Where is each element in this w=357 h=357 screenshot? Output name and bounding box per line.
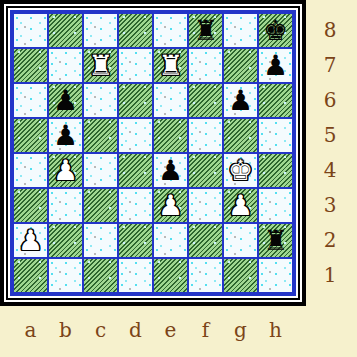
square-f6[interactable] [189, 84, 222, 117]
square-d7[interactable] [119, 49, 152, 82]
file-label-c: c [84, 318, 117, 342]
square-b1[interactable] [49, 259, 82, 292]
square-d1[interactable] [119, 259, 152, 292]
white-pawn-b4[interactable]: ♟ [53, 154, 78, 187]
square-h2[interactable]: ♜ [259, 224, 292, 257]
square-a2[interactable]: ♟ [14, 224, 47, 257]
black-rook-h2[interactable]: ♜ [263, 224, 288, 257]
square-a5[interactable] [14, 119, 47, 152]
frame-white-line-inner: ♜♚♜♜♟♟♟♟♟♟♚♟♟♟♜ [8, 8, 298, 298]
square-d6[interactable] [119, 84, 152, 117]
rank-label-6: 6 [312, 84, 348, 117]
file-labels: abcdefgh [14, 318, 292, 342]
square-e7[interactable]: ♜ [154, 49, 187, 82]
square-f8[interactable]: ♜ [189, 14, 222, 47]
square-a4[interactable] [14, 154, 47, 187]
square-a8[interactable] [14, 14, 47, 47]
square-h7[interactable]: ♟ [259, 49, 292, 82]
square-g2[interactable] [224, 224, 257, 257]
rank-label-2: 2 [312, 224, 348, 257]
square-b2[interactable] [49, 224, 82, 257]
square-e4[interactable]: ♟ [154, 154, 187, 187]
file-label-h: h [259, 318, 292, 342]
black-pawn-e4[interactable]: ♟ [158, 154, 183, 187]
square-g1[interactable] [224, 259, 257, 292]
square-h5[interactable] [259, 119, 292, 152]
square-f5[interactable] [189, 119, 222, 152]
square-h1[interactable] [259, 259, 292, 292]
rank-label-5: 5 [312, 119, 348, 152]
square-g7[interactable] [224, 49, 257, 82]
square-g3[interactable]: ♟ [224, 189, 257, 222]
square-e5[interactable] [154, 119, 187, 152]
file-label-d: d [119, 318, 152, 342]
square-a3[interactable] [14, 189, 47, 222]
square-f1[interactable] [189, 259, 222, 292]
square-h8[interactable]: ♚ [259, 14, 292, 47]
chess-board: ♜♚♜♜♟♟♟♟♟♟♚♟♟♟♜ [10, 10, 296, 296]
black-pawn-b5[interactable]: ♟ [53, 119, 78, 152]
square-c4[interactable] [84, 154, 117, 187]
square-e1[interactable] [154, 259, 187, 292]
rank-labels: 87654321 [312, 14, 348, 292]
square-b4[interactable]: ♟ [49, 154, 82, 187]
square-d3[interactable] [119, 189, 152, 222]
rank-label-3: 3 [312, 189, 348, 222]
frame-black-line-inner: ♜♚♜♜♟♟♟♟♟♟♚♟♟♟♜ [6, 6, 300, 300]
frame-white-line-outer: ♜♚♜♜♟♟♟♟♟♟♚♟♟♟♜ [4, 4, 302, 302]
black-king-h8[interactable]: ♚ [263, 14, 288, 47]
rank-label-4: 4 [312, 154, 348, 187]
file-label-b: b [49, 318, 82, 342]
white-king-g4[interactable]: ♚ [228, 154, 253, 187]
square-f4[interactable] [189, 154, 222, 187]
square-a7[interactable] [14, 49, 47, 82]
square-h3[interactable] [259, 189, 292, 222]
square-d4[interactable] [119, 154, 152, 187]
square-e8[interactable] [154, 14, 187, 47]
square-g6[interactable]: ♟ [224, 84, 257, 117]
square-c2[interactable] [84, 224, 117, 257]
square-d8[interactable] [119, 14, 152, 47]
square-h4[interactable] [259, 154, 292, 187]
file-label-a: a [14, 318, 47, 342]
square-g5[interactable] [224, 119, 257, 152]
square-c7[interactable]: ♜ [84, 49, 117, 82]
square-f3[interactable] [189, 189, 222, 222]
square-c5[interactable] [84, 119, 117, 152]
square-b3[interactable] [49, 189, 82, 222]
square-c1[interactable] [84, 259, 117, 292]
black-rook-f8[interactable]: ♜ [193, 14, 218, 47]
white-pawn-g3[interactable]: ♟ [228, 189, 253, 222]
black-pawn-g6[interactable]: ♟ [228, 84, 253, 117]
square-c6[interactable] [84, 84, 117, 117]
rank-label-1: 1 [312, 259, 348, 292]
rank-label-7: 7 [312, 49, 348, 82]
square-c3[interactable] [84, 189, 117, 222]
square-b6[interactable]: ♟ [49, 84, 82, 117]
file-label-e: e [154, 318, 187, 342]
square-h6[interactable] [259, 84, 292, 117]
white-pawn-e3[interactable]: ♟ [158, 189, 183, 222]
rank-label-8: 8 [312, 14, 348, 47]
square-b7[interactable] [49, 49, 82, 82]
square-b8[interactable] [49, 14, 82, 47]
square-g8[interactable] [224, 14, 257, 47]
square-e6[interactable] [154, 84, 187, 117]
square-e3[interactable]: ♟ [154, 189, 187, 222]
square-d2[interactable] [119, 224, 152, 257]
square-d5[interactable] [119, 119, 152, 152]
square-b5[interactable]: ♟ [49, 119, 82, 152]
chess-diagram: { "game": "chess", "position": { "fen": … [0, 0, 357, 357]
file-label-g: g [224, 318, 257, 342]
square-g4[interactable]: ♚ [224, 154, 257, 187]
square-f7[interactable] [189, 49, 222, 82]
square-a6[interactable] [14, 84, 47, 117]
white-rook-e7[interactable]: ♜ [158, 49, 183, 82]
file-label-f: f [189, 318, 222, 342]
square-f2[interactable] [189, 224, 222, 257]
square-a1[interactable] [14, 259, 47, 292]
black-pawn-b6[interactable]: ♟ [53, 84, 78, 117]
white-rook-c7[interactable]: ♜ [88, 49, 113, 82]
square-e2[interactable] [154, 224, 187, 257]
square-c8[interactable] [84, 14, 117, 47]
white-pawn-a2[interactable]: ♟ [18, 224, 43, 257]
board-frame: ♜♚♜♜♟♟♟♟♟♟♚♟♟♟♜ [0, 0, 306, 306]
black-pawn-h7[interactable]: ♟ [263, 49, 288, 82]
